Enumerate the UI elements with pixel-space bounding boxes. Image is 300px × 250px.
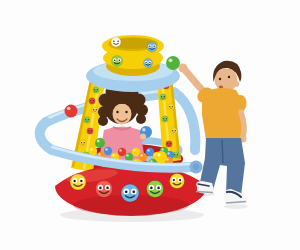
ball xyxy=(139,153,147,161)
smiley-face xyxy=(147,42,157,52)
smiley-face xyxy=(93,87,99,93)
ball-highlight xyxy=(98,153,100,155)
smiley-pupil xyxy=(125,190,128,193)
ball-highlight xyxy=(112,154,114,156)
smiley-face xyxy=(89,98,95,104)
girl-left-eye xyxy=(116,111,118,113)
smiley-face xyxy=(70,174,86,190)
smiley-pupil xyxy=(90,100,91,101)
ball-highlight xyxy=(167,152,169,154)
ball-highlight xyxy=(105,148,107,150)
smiley-pupil xyxy=(93,100,94,101)
ball xyxy=(104,147,112,155)
smiley-pupil xyxy=(145,62,146,63)
boy-jeans-seam xyxy=(222,140,223,163)
smiley-face xyxy=(80,140,86,146)
product-photo-frame xyxy=(0,0,300,250)
smiley-face xyxy=(162,116,168,122)
smiley-pupil xyxy=(99,187,102,190)
smiley-pupil xyxy=(175,130,176,131)
boy-mouth xyxy=(219,86,223,89)
ball-pit-scene xyxy=(0,0,300,250)
smiley-face xyxy=(112,56,123,67)
smiley-face xyxy=(160,94,166,100)
ball-highlight xyxy=(67,107,71,111)
smiley-pupil xyxy=(172,130,173,131)
smiley-pupil xyxy=(163,118,164,119)
ball xyxy=(89,147,97,155)
ball-highlight xyxy=(161,148,163,150)
smiley-pupil xyxy=(117,41,119,43)
ball-highlight xyxy=(126,154,128,156)
ball-highlight xyxy=(142,128,145,131)
ball xyxy=(118,148,126,156)
smiley-face xyxy=(166,141,172,147)
ball xyxy=(95,138,105,148)
ball-on-upper-ramp xyxy=(65,105,78,118)
smiley-pupil xyxy=(88,119,89,120)
ball-highlight xyxy=(140,154,142,156)
smiley-pupil xyxy=(149,62,150,63)
smiley-pupil xyxy=(85,119,86,120)
smiley-pupil xyxy=(177,154,178,155)
smiley-face xyxy=(144,59,153,68)
ball-highlight xyxy=(133,149,135,151)
smiley-pupil xyxy=(161,96,162,97)
boy-right-shoe-shadow xyxy=(224,204,248,209)
ball-highlight xyxy=(157,153,160,156)
ball xyxy=(155,151,167,163)
ball-highlight xyxy=(147,149,149,151)
smiley-pupil xyxy=(132,190,135,193)
smiley-face xyxy=(111,37,121,47)
ball-highlight xyxy=(119,149,121,151)
smiley-pupil xyxy=(96,109,97,110)
smiley-pupil xyxy=(80,180,82,182)
smiley-face xyxy=(168,104,174,110)
boy-right-eye xyxy=(228,76,230,78)
smiley-face xyxy=(171,128,177,134)
smiley-pupil xyxy=(106,187,109,190)
smiley-face xyxy=(96,181,113,198)
boy-left-shoe-sole xyxy=(196,192,213,193)
smiley-pupil xyxy=(169,106,170,107)
smiley-pupil xyxy=(150,187,153,190)
smiley-face xyxy=(121,184,139,202)
smiley-pupil xyxy=(73,180,75,182)
smiley-face xyxy=(87,128,93,134)
smiley-pupil xyxy=(149,46,151,48)
girl-right-eye xyxy=(125,111,127,113)
smiley-pupil xyxy=(173,179,175,181)
boy-raised-hand xyxy=(179,64,188,73)
smiley-face xyxy=(92,107,98,113)
smiley-pupil xyxy=(88,130,89,131)
smiley-pupil xyxy=(81,142,82,143)
boy-head xyxy=(215,69,238,92)
smiley-pupil xyxy=(93,109,94,110)
ball-on-lower-ramp xyxy=(155,151,167,163)
smiley-pupil xyxy=(97,89,98,90)
girl-hand xyxy=(140,134,146,140)
smiley-pupil xyxy=(164,96,165,97)
ball-highlight xyxy=(97,140,100,143)
smiley-pupil xyxy=(157,187,160,190)
smiley-pupil xyxy=(172,106,173,107)
smiley-pupil xyxy=(179,179,181,181)
ball-highlight xyxy=(90,148,92,150)
smiley-face xyxy=(147,181,164,198)
smiley-pupil xyxy=(113,41,115,43)
boy-ear xyxy=(234,81,239,86)
ball xyxy=(166,56,180,70)
ball-on-top-ring xyxy=(166,56,180,70)
boy-left-eye xyxy=(219,78,221,80)
ramp-end-cap-inner xyxy=(193,164,199,170)
smiley-pupil xyxy=(170,143,171,144)
boy-lower-arm xyxy=(241,112,244,137)
smiley-pupil xyxy=(84,142,85,143)
ball xyxy=(132,148,140,156)
smiley-face xyxy=(170,174,185,189)
smiley-face xyxy=(84,117,90,123)
smiley-pupil xyxy=(174,154,175,155)
smiley-pupil xyxy=(166,118,167,119)
smiley-pupil xyxy=(153,46,155,48)
smiley-pupil xyxy=(118,59,120,61)
smiley-pupil xyxy=(94,89,95,90)
ball xyxy=(65,105,78,118)
ball-highlight xyxy=(169,58,173,62)
smiley-pupil xyxy=(91,130,92,131)
smiley-pupil xyxy=(167,143,168,144)
smiley-pupil xyxy=(114,59,116,61)
